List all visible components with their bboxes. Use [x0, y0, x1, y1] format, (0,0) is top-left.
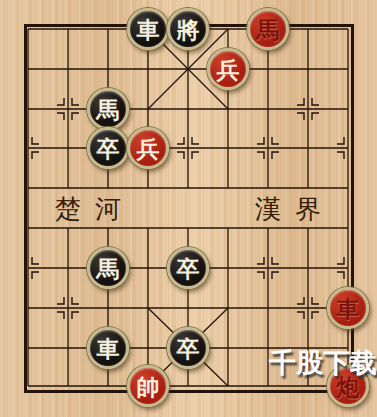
- piece-glyph: 車: [97, 337, 120, 360]
- piece-black-general[interactable]: 將: [167, 8, 209, 50]
- piece-black-soldier-c[interactable]: 卒: [167, 327, 209, 369]
- piece-red-horse[interactable]: 馬: [247, 8, 289, 50]
- piece-glyph: 兵: [137, 137, 160, 160]
- piece-black-horse-a[interactable]: 馬: [87, 88, 129, 130]
- xiangqi-board[interactable]: 楚河 漢界 車將馬兵馬卒兵馬卒車車卒帥炮 千股下载: [0, 0, 377, 417]
- piece-glyph: 馬: [97, 257, 120, 280]
- piece-glyph: 卒: [97, 137, 120, 160]
- piece-black-soldier-a[interactable]: 卒: [87, 127, 129, 169]
- piece-glyph: 兵: [217, 58, 240, 81]
- piece-red-general[interactable]: 帥: [127, 365, 169, 407]
- piece-glyph: 車: [137, 18, 160, 41]
- piece-black-horse-b[interactable]: 馬: [87, 247, 129, 289]
- piece-glyph: 車: [337, 297, 360, 320]
- piece-red-soldier-b[interactable]: 兵: [127, 127, 169, 169]
- river-label-right: 漢界: [255, 194, 335, 224]
- piece-red-cannon[interactable]: 炮: [327, 365, 369, 407]
- piece-black-chariot-b[interactable]: 車: [87, 327, 129, 369]
- piece-glyph: 炮: [337, 375, 360, 398]
- river-label-left: 楚河: [55, 194, 135, 224]
- piece-black-soldier-b[interactable]: 卒: [167, 247, 209, 289]
- piece-red-soldier-a[interactable]: 兵: [207, 48, 249, 90]
- piece-glyph: 帥: [137, 375, 160, 398]
- piece-glyph: 將: [177, 18, 200, 41]
- piece-glyph: 卒: [177, 337, 200, 360]
- piece-black-chariot-a[interactable]: 車: [127, 8, 169, 50]
- piece-glyph: 馬: [257, 18, 280, 41]
- piece-glyph: 馬: [97, 98, 120, 121]
- piece-red-chariot[interactable]: 車: [327, 287, 369, 329]
- piece-glyph: 卒: [177, 257, 200, 280]
